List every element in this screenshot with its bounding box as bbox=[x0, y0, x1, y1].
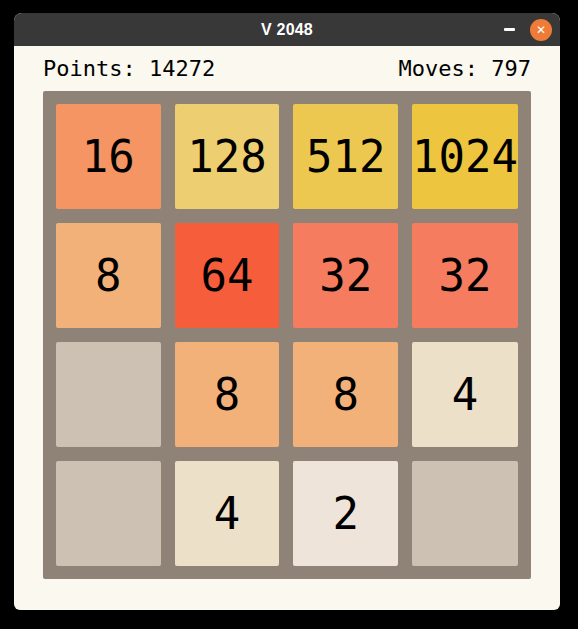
tile-32: 32 bbox=[293, 223, 398, 328]
tile-64: 64 bbox=[175, 223, 280, 328]
points-value: 14272 bbox=[149, 56, 215, 81]
points-label: Points: bbox=[43, 56, 136, 81]
window-title: V 2048 bbox=[261, 21, 313, 39]
tile-128: 128 bbox=[175, 104, 280, 209]
app-window: V 2048 ✕ Points: 14272 Moves: 797 161285… bbox=[14, 13, 560, 610]
moves-display: Moves: 797 bbox=[399, 56, 531, 81]
moves-value: 797 bbox=[491, 56, 531, 81]
tile-8: 8 bbox=[175, 342, 280, 447]
close-icon: ✕ bbox=[536, 24, 546, 36]
empty-cell bbox=[412, 461, 518, 566]
minimize-icon bbox=[504, 28, 515, 31]
empty-cell bbox=[56, 342, 161, 447]
score-bar: Points: 14272 Moves: 797 bbox=[14, 46, 560, 91]
empty-cell bbox=[56, 461, 161, 566]
tile-1024: 1024 bbox=[412, 104, 518, 209]
window-controls: ✕ bbox=[498, 13, 552, 46]
close-button[interactable]: ✕ bbox=[530, 19, 552, 41]
tile-8: 8 bbox=[293, 342, 398, 447]
board[interactable]: 161285121024864323288442 bbox=[43, 91, 531, 579]
tile-8: 8 bbox=[56, 223, 161, 328]
tile-32: 32 bbox=[412, 223, 518, 328]
tile-512: 512 bbox=[293, 104, 398, 209]
titlebar[interactable]: V 2048 ✕ bbox=[14, 13, 560, 46]
tile-4: 4 bbox=[412, 342, 518, 447]
tile-4: 4 bbox=[175, 461, 280, 566]
points-display: Points: 14272 bbox=[43, 56, 215, 81]
tile-2: 2 bbox=[293, 461, 398, 566]
minimize-button[interactable] bbox=[498, 19, 520, 41]
moves-label: Moves: bbox=[399, 56, 478, 81]
tile-16: 16 bbox=[56, 104, 161, 209]
